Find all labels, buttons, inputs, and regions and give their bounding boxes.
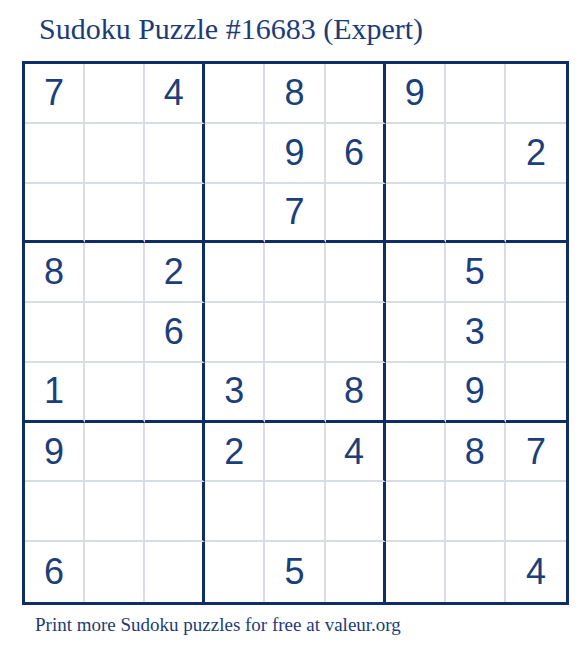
cell-r4c3: 2 [145, 243, 205, 303]
cell-r2c2 [85, 124, 145, 184]
cell-r8c4 [205, 482, 265, 542]
cell-r7c7 [386, 423, 446, 483]
cell-r2c1 [25, 124, 85, 184]
cell-r4c1: 8 [25, 243, 85, 303]
cell-r2c8 [446, 124, 506, 184]
cell-r7c1: 9 [25, 423, 85, 483]
cell-r3c5: 7 [265, 184, 325, 244]
cell-r8c8 [446, 482, 506, 542]
cell-r3c6 [326, 184, 386, 244]
cell-r5c1 [25, 303, 85, 363]
cell-r1c6 [326, 64, 386, 124]
cell-r4c4 [205, 243, 265, 303]
sudoku-board: 7489962782563138992487654 [22, 61, 569, 605]
cell-r2c4 [205, 124, 265, 184]
cell-r4c7 [386, 243, 446, 303]
cell-r4c2 [85, 243, 145, 303]
cell-r1c7: 9 [386, 64, 446, 124]
cell-r6c5 [265, 363, 325, 423]
cell-r7c6: 4 [326, 423, 386, 483]
cell-r1c1: 7 [25, 64, 85, 124]
cell-r9c5: 5 [265, 542, 325, 602]
cell-r5c7 [386, 303, 446, 363]
cell-r6c7 [386, 363, 446, 423]
cell-r3c3 [145, 184, 205, 244]
cell-r2c6: 6 [326, 124, 386, 184]
cell-r6c3 [145, 363, 205, 423]
cell-r1c2 [85, 64, 145, 124]
cell-r5c6 [326, 303, 386, 363]
cell-r3c7 [386, 184, 446, 244]
cell-r9c4 [205, 542, 265, 602]
cell-r1c4 [205, 64, 265, 124]
cell-r5c2 [85, 303, 145, 363]
cell-r9c6 [326, 542, 386, 602]
cell-r2c7 [386, 124, 446, 184]
cell-r7c2 [85, 423, 145, 483]
cell-r4c8: 5 [446, 243, 506, 303]
cell-r7c9: 7 [506, 423, 566, 483]
footer-note: Print more Sudoku puzzles for free at va… [35, 614, 401, 636]
cell-r9c8 [446, 542, 506, 602]
cell-r1c8 [446, 64, 506, 124]
cell-r6c8: 9 [446, 363, 506, 423]
cell-r4c5 [265, 243, 325, 303]
cell-r5c4 [205, 303, 265, 363]
puzzle-title: Sudoku Puzzle #16683 (Expert) [39, 12, 423, 46]
cell-r8c9 [506, 482, 566, 542]
cell-r6c2 [85, 363, 145, 423]
cell-r9c3 [145, 542, 205, 602]
cell-r7c3 [145, 423, 205, 483]
cell-r2c3 [145, 124, 205, 184]
cell-r9c7 [386, 542, 446, 602]
cell-r6c1: 1 [25, 363, 85, 423]
cell-r7c4: 2 [205, 423, 265, 483]
cell-r8c3 [145, 482, 205, 542]
cell-r2c5: 9 [265, 124, 325, 184]
cell-r9c1: 6 [25, 542, 85, 602]
cell-r7c8: 8 [446, 423, 506, 483]
cell-r6c9 [506, 363, 566, 423]
cell-r1c5: 8 [265, 64, 325, 124]
cell-r8c6 [326, 482, 386, 542]
cell-r3c2 [85, 184, 145, 244]
cell-r1c3: 4 [145, 64, 205, 124]
cell-r7c5 [265, 423, 325, 483]
cell-r5c9 [506, 303, 566, 363]
cell-r8c7 [386, 482, 446, 542]
cell-r9c2 [85, 542, 145, 602]
cell-r9c9: 4 [506, 542, 566, 602]
cell-r8c5 [265, 482, 325, 542]
cell-r2c9: 2 [506, 124, 566, 184]
cell-r4c9 [506, 243, 566, 303]
cell-r4c6 [326, 243, 386, 303]
cell-r5c3: 6 [145, 303, 205, 363]
cell-r3c1 [25, 184, 85, 244]
cell-r1c9 [506, 64, 566, 124]
cell-r8c1 [25, 482, 85, 542]
cell-r8c2 [85, 482, 145, 542]
cell-r5c5 [265, 303, 325, 363]
cell-r3c4 [205, 184, 265, 244]
cell-r5c8: 3 [446, 303, 506, 363]
cell-r3c8 [446, 184, 506, 244]
cell-r6c4: 3 [205, 363, 265, 423]
cell-r6c6: 8 [326, 363, 386, 423]
cell-r3c9 [506, 184, 566, 244]
